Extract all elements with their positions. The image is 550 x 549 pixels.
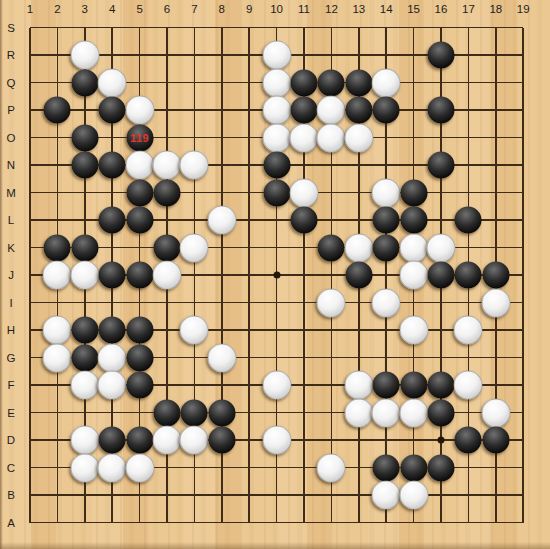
stone-black	[428, 97, 455, 124]
row-label: Q	[7, 77, 16, 88]
stone-white	[262, 426, 291, 455]
stone-white	[43, 261, 72, 290]
stone-black	[126, 207, 153, 234]
stone-black	[373, 97, 400, 124]
stone-white	[262, 371, 291, 400]
stone-black	[400, 372, 427, 399]
row-label: N	[7, 160, 15, 171]
stone-white	[317, 123, 346, 152]
stone-black	[71, 124, 98, 151]
stone-white	[70, 261, 99, 290]
row-label: F	[7, 380, 14, 391]
stone-white	[290, 123, 319, 152]
stone-white	[372, 288, 401, 317]
stone-white	[344, 233, 373, 262]
stone-black	[208, 399, 235, 426]
stone-white	[454, 316, 483, 345]
row-label: D	[7, 435, 15, 446]
stone-black	[71, 152, 98, 179]
column-label: 16	[435, 4, 448, 15]
stone-black	[291, 69, 318, 96]
stone-white	[98, 371, 127, 400]
column-label: 5	[136, 4, 142, 15]
stone-black	[44, 97, 71, 124]
row-label: L	[8, 215, 14, 226]
grid-line-horizontal	[30, 522, 523, 524]
row-label: G	[7, 352, 16, 363]
stone-white	[180, 426, 209, 455]
stone-black	[482, 427, 509, 454]
stone-black	[291, 97, 318, 124]
stone-black	[99, 152, 126, 179]
stone-white	[125, 453, 154, 482]
stone-white	[317, 288, 346, 317]
column-label: 9	[246, 4, 252, 15]
stone-white	[262, 68, 291, 97]
stone-white	[98, 68, 127, 97]
stone-white	[344, 398, 373, 427]
stone-black	[208, 427, 235, 454]
stone-black	[455, 207, 482, 234]
stone-black-last-move: 119	[126, 124, 153, 151]
column-label: 14	[380, 4, 393, 15]
stone-white	[399, 233, 428, 262]
stone-black	[126, 317, 153, 344]
stone-black	[99, 317, 126, 344]
grid-line-vertical	[522, 28, 524, 523]
stone-black	[428, 152, 455, 179]
stone-white	[262, 96, 291, 125]
stone-black	[318, 69, 345, 96]
stone-white	[372, 68, 401, 97]
column-label: 3	[82, 4, 88, 15]
row-label: C	[7, 462, 15, 473]
stone-black	[126, 262, 153, 289]
stone-black	[291, 207, 318, 234]
stone-black	[126, 179, 153, 206]
stone-black	[373, 454, 400, 481]
row-label: A	[7, 517, 15, 528]
stone-black	[71, 69, 98, 96]
stone-white	[43, 343, 72, 372]
stone-black	[126, 427, 153, 454]
column-label: 11	[298, 4, 310, 15]
column-label: 15	[407, 4, 420, 15]
stone-black	[373, 234, 400, 261]
stone-white	[290, 178, 319, 207]
stone-white	[98, 453, 127, 482]
stone-black	[154, 179, 181, 206]
stone-white	[372, 481, 401, 510]
stone-white	[481, 398, 510, 427]
stone-black	[400, 207, 427, 234]
column-label: 8	[219, 4, 225, 15]
stone-black	[44, 234, 71, 261]
stone-black	[428, 399, 455, 426]
stone-black	[99, 97, 126, 124]
stone-white	[70, 453, 99, 482]
stone-white	[70, 426, 99, 455]
row-label: K	[7, 242, 15, 253]
stone-white	[180, 233, 209, 262]
stone-black	[154, 399, 181, 426]
stone-white	[262, 41, 291, 70]
stone-black	[428, 372, 455, 399]
star-point	[438, 437, 445, 444]
stone-black	[99, 427, 126, 454]
column-label: 2	[54, 4, 60, 15]
column-label: 18	[489, 4, 502, 15]
stone-white	[399, 481, 428, 510]
stone-white	[70, 41, 99, 70]
stone-white	[372, 398, 401, 427]
column-label: 12	[325, 4, 338, 15]
column-label: 1	[27, 4, 33, 15]
move-number-label: 119	[130, 132, 149, 144]
stone-black	[263, 179, 290, 206]
stone-black	[71, 317, 98, 344]
stone-black	[126, 344, 153, 371]
board-edge-left	[0, 0, 3, 549]
stone-black	[154, 234, 181, 261]
column-label: 4	[109, 4, 115, 15]
column-label: 10	[270, 4, 283, 15]
row-label: O	[7, 132, 16, 143]
stone-white	[427, 233, 456, 262]
star-point	[273, 272, 280, 279]
stone-black	[482, 262, 509, 289]
stone-black	[263, 152, 290, 179]
stone-black	[455, 427, 482, 454]
stone-black	[345, 97, 372, 124]
row-label: J	[8, 270, 14, 281]
row-label: H	[7, 325, 15, 336]
stone-black	[181, 399, 208, 426]
stone-black	[71, 234, 98, 261]
stone-white	[207, 343, 236, 372]
stone-black	[428, 454, 455, 481]
stone-white	[43, 316, 72, 345]
stone-white	[317, 453, 346, 482]
stone-black	[373, 207, 400, 234]
stone-black	[400, 179, 427, 206]
stone-black	[428, 262, 455, 289]
stone-white	[481, 288, 510, 317]
stone-black	[455, 262, 482, 289]
stone-white	[125, 151, 154, 180]
stone-black	[99, 262, 126, 289]
grid-line-horizontal	[30, 302, 523, 304]
column-label: 13	[352, 4, 365, 15]
stone-white	[344, 371, 373, 400]
stone-black	[318, 234, 345, 261]
stone-black	[373, 372, 400, 399]
row-label: M	[6, 187, 16, 198]
grid-line-horizontal	[30, 494, 523, 496]
board-edge-bottom	[0, 542, 550, 549]
stone-white	[153, 261, 182, 290]
row-label: E	[7, 407, 15, 418]
stone-white	[372, 178, 401, 207]
stone-white	[454, 371, 483, 400]
stone-black	[345, 262, 372, 289]
stone-white	[207, 206, 236, 235]
stone-black	[126, 372, 153, 399]
row-label: P	[7, 105, 15, 116]
column-label: 17	[462, 4, 475, 15]
row-label: I	[9, 297, 12, 308]
row-label: B	[7, 490, 15, 501]
stone-white	[153, 151, 182, 180]
stone-white	[125, 96, 154, 125]
stone-black	[71, 344, 98, 371]
row-label: S	[7, 22, 15, 33]
stone-white	[317, 96, 346, 125]
stone-white	[399, 398, 428, 427]
go-board[interactable]: 12345678910111213141516171819SRQPONMLKJI…	[0, 0, 550, 549]
stone-white	[180, 316, 209, 345]
stone-white	[262, 123, 291, 152]
stone-white	[153, 426, 182, 455]
stone-black	[428, 42, 455, 69]
column-label: 6	[164, 4, 170, 15]
stone-white	[98, 343, 127, 372]
column-label: 19	[517, 4, 530, 15]
stone-black	[345, 69, 372, 96]
stone-white	[180, 151, 209, 180]
stone-white	[399, 316, 428, 345]
row-label: R	[7, 50, 15, 61]
stone-white	[344, 123, 373, 152]
stone-black	[400, 454, 427, 481]
column-label: 7	[191, 4, 197, 15]
stone-white	[70, 371, 99, 400]
stone-white	[399, 261, 428, 290]
stone-black	[99, 207, 126, 234]
